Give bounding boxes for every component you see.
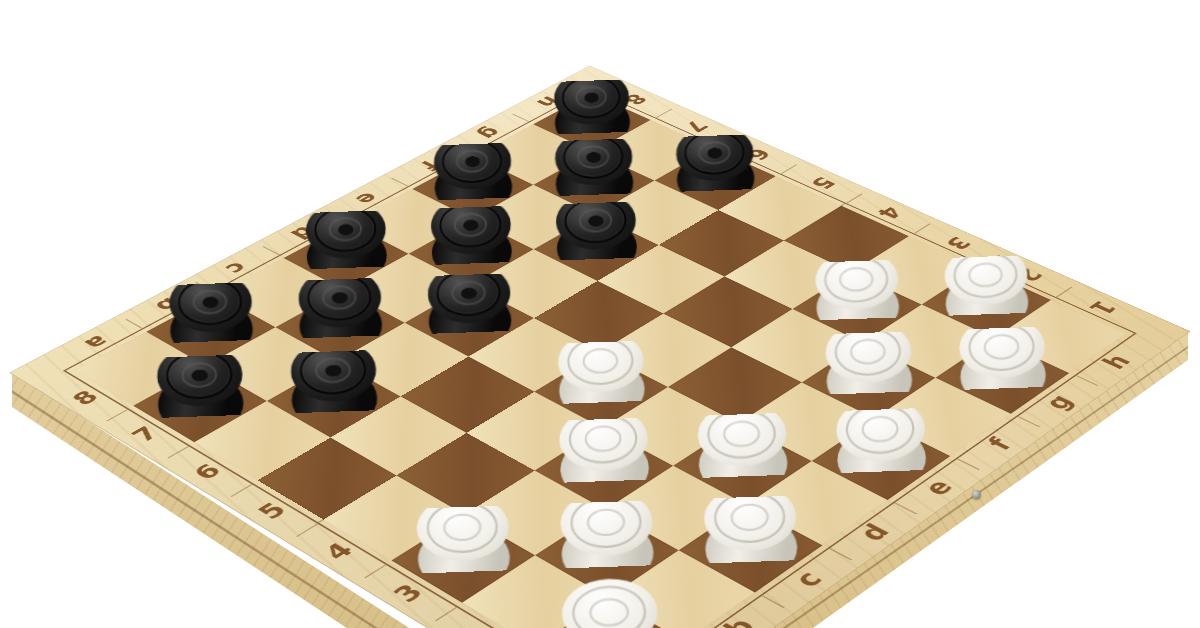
piece-sprite [703, 483, 798, 582]
piece-sprite [415, 493, 510, 592]
checkers-board: aabbccddeeffgghh8877665544332211 [9, 66, 1191, 628]
piece-top [560, 577, 658, 628]
photo-background: aabbccddeeffgghh8877665544332211 [0, 0, 1200, 628]
piece-sprite [554, 191, 637, 277]
piece-white-a1[interactable] [556, 589, 665, 628]
piece-sprite [696, 401, 788, 497]
piece-sprite [675, 124, 755, 208]
piece-sprite [835, 396, 927, 492]
hinge-pin [972, 490, 981, 499]
piece-sprite [958, 315, 1047, 407]
piece-sprite [560, 577, 659, 628]
piece-sprite [559, 488, 654, 587]
